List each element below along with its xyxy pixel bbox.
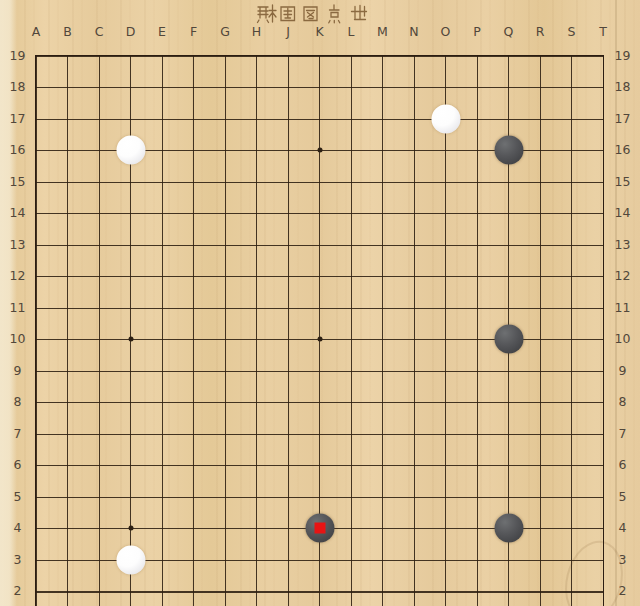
row-label-3: 3 [14,553,22,566]
row-label-17: 17 [615,112,631,125]
row-label-15: 15 [615,175,631,188]
row-label-15: 15 [10,175,26,188]
row-label-4: 4 [14,522,22,535]
row-label-18: 18 [10,81,26,94]
watermark-glyph-1 [258,5,277,23]
row-label-19: 19 [615,49,631,62]
row-label-11: 11 [615,301,631,314]
watermark-glyph-3 [304,7,317,21]
row-label-16: 16 [10,144,26,157]
col-label-g: G [220,26,230,39]
col-label-d: D [126,26,136,39]
row-label-2: 2 [619,585,627,598]
row-label-6: 6 [619,459,627,472]
row-label-4: 4 [619,522,627,535]
col-label-k: K [315,26,323,39]
col-label-t: T [599,26,607,39]
col-label-s: S [568,26,576,39]
row-label-13: 13 [10,238,26,251]
row-label-8: 8 [619,396,627,409]
row-label-9: 9 [619,364,627,377]
black-stone-q4 [494,514,523,543]
row-label-5: 5 [619,490,627,503]
watermark-glyph-2 [281,7,295,21]
row-label-14: 14 [10,207,26,220]
col-label-n: N [409,26,418,39]
white-stone-d16 [116,136,145,165]
col-label-b: B [63,26,72,39]
col-label-c: C [95,26,104,39]
watermark-glyph-4 [329,5,340,23]
col-label-r: R [536,26,545,39]
col-label-j: J [286,26,290,39]
row-label-14: 14 [615,207,631,220]
row-label-13: 13 [615,238,631,251]
black-stone-q16 [494,136,523,165]
col-label-l: L [348,26,355,39]
go-board-app: ABCDEFGHJKLMNOPQRST 19181716151413121110… [0,0,640,606]
col-label-h: H [252,26,261,39]
row-label-10: 10 [615,333,631,346]
black-stone-k4 [305,514,334,543]
row-label-19: 19 [10,49,26,62]
white-stone-d3 [116,545,145,574]
star-point-d10 [128,337,133,342]
row-label-18: 18 [615,81,631,94]
row-label-6: 6 [14,459,22,472]
watermark-logo [256,3,376,25]
row-label-3: 3 [619,553,627,566]
row-label-12: 12 [615,270,631,283]
row-label-7: 7 [14,427,22,440]
black-stone-q10 [494,325,523,354]
star-point-d4 [128,526,133,531]
star-point-k10 [317,337,322,342]
watermark-glyph-5 [352,6,367,20]
col-label-a: A [32,26,41,39]
col-label-m: M [377,26,388,39]
row-label-8: 8 [14,396,22,409]
col-label-e: E [158,26,166,39]
row-label-16: 16 [615,144,631,157]
row-label-10: 10 [10,333,26,346]
row-label-9: 9 [14,364,22,377]
star-point-k16 [317,148,322,153]
row-label-12: 12 [10,270,26,283]
col-label-p: P [473,26,481,39]
last-move-marker [314,523,325,534]
row-label-11: 11 [10,301,26,314]
col-label-f: F [190,26,197,39]
col-label-o: O [441,26,451,39]
col-label-q: Q [504,26,514,39]
row-label-2: 2 [14,585,22,598]
row-label-7: 7 [619,427,627,440]
white-stone-o17 [431,104,460,133]
row-label-17: 17 [10,112,26,125]
row-label-5: 5 [14,490,22,503]
